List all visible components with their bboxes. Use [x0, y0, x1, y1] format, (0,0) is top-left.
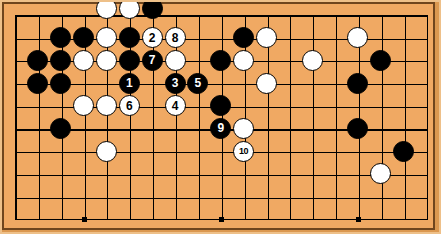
black-stone [73, 27, 94, 48]
black-stone [119, 27, 140, 48]
white-stone [302, 50, 323, 71]
board-cell [301, 49, 324, 72]
white-stone-move-6: 6 [119, 95, 140, 116]
black-stone [210, 50, 231, 71]
black-stone [370, 50, 391, 71]
white-stone [233, 118, 254, 139]
board-cell [232, 117, 255, 140]
black-stone [347, 73, 368, 94]
board-cell [209, 94, 232, 117]
board-cell: 2 [141, 26, 164, 49]
white-stone [96, 27, 117, 48]
white-stone [96, 95, 117, 116]
black-stone-clipped [142, 0, 163, 19]
board-cell [95, 140, 118, 163]
white-stone [165, 50, 186, 71]
board-cell [49, 117, 72, 140]
board-cell [347, 72, 370, 95]
board-cell: 10 [232, 140, 255, 163]
white-stone [73, 50, 94, 71]
black-stone-move-3: 3 [165, 73, 186, 94]
board-cell [255, 26, 278, 49]
white-stone-clipped [96, 0, 117, 19]
white-stone [256, 27, 277, 48]
black-stone [233, 27, 254, 48]
white-stone-move-4: 4 [165, 95, 186, 116]
black-stone [210, 95, 231, 116]
black-stone-move-1: 1 [119, 73, 140, 94]
black-stone-move-5: 5 [187, 73, 208, 94]
board-cell [118, 26, 141, 49]
board-cell [347, 117, 370, 140]
board-cell [232, 49, 255, 72]
black-stone [119, 50, 140, 71]
board-cell: 8 [164, 26, 187, 49]
white-stone-move-2: 2 [142, 27, 163, 48]
board-cell [164, 49, 187, 72]
board-cell: 4 [164, 94, 187, 117]
black-stone-move-9: 9 [210, 118, 231, 139]
board-cell: 7 [141, 49, 164, 72]
white-stone [256, 73, 277, 94]
board-cell [347, 26, 370, 49]
board-cell [118, 49, 141, 72]
board-cell [392, 140, 415, 163]
white-stone [73, 95, 94, 116]
black-stone-move-7: 7 [142, 50, 163, 71]
board-cell [209, 49, 232, 72]
board-cell: 3 [164, 72, 187, 95]
black-stone [27, 73, 48, 94]
go-diagram: 28713564910 [0, 0, 441, 234]
board-cell: 1 [118, 72, 141, 95]
go-board: 28713564910 [4, 4, 435, 229]
board-cell [26, 72, 49, 95]
board-cell: 9 [209, 117, 232, 140]
board-cell [72, 26, 95, 49]
board-cell [72, 49, 95, 72]
board-cell [49, 26, 72, 49]
black-stone [50, 50, 71, 71]
stones-grid: 28713564910 [4, 4, 435, 229]
board-cell [369, 49, 392, 72]
board-cell [72, 94, 95, 117]
board-cell [95, 26, 118, 49]
black-stone [50, 27, 71, 48]
board-cell [49, 72, 72, 95]
black-stone [393, 141, 414, 162]
board-cell [255, 72, 278, 95]
board-cell [232, 26, 255, 49]
white-stone-move-8: 8 [165, 27, 186, 48]
black-stone [27, 50, 48, 71]
board-cell: 5 [186, 72, 209, 95]
black-stone [50, 118, 71, 139]
board-cell [49, 49, 72, 72]
board-cell: 6 [118, 94, 141, 117]
white-stone [347, 27, 368, 48]
white-stone [96, 50, 117, 71]
board-cell [95, 94, 118, 117]
white-stone-move-10: 10 [233, 141, 254, 162]
white-stone-clipped [119, 0, 140, 19]
board-cell [26, 49, 49, 72]
white-stone [96, 141, 117, 162]
board-cell [95, 49, 118, 72]
white-stone [233, 50, 254, 71]
black-stone [50, 73, 71, 94]
black-stone [347, 118, 368, 139]
board-cell [369, 162, 392, 185]
white-stone [370, 163, 391, 184]
